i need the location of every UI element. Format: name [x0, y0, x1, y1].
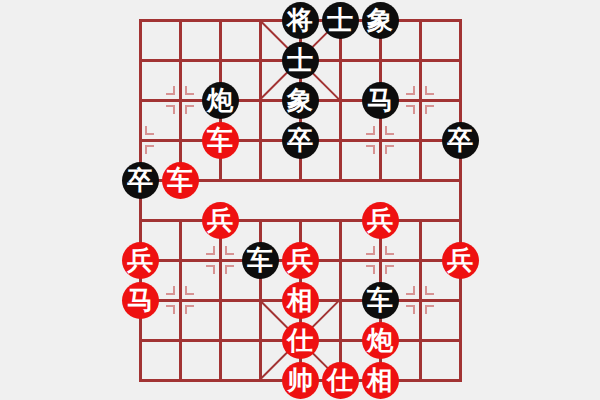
piece-red-advisor[interactable]: 仕: [322, 362, 359, 399]
piece-red-chariot[interactable]: 车: [162, 162, 199, 199]
piece-red-soldier[interactable]: 兵: [202, 202, 239, 239]
board-cell: 炮: [200, 80, 240, 120]
board-cell: 卒: [280, 120, 320, 160]
board-cell: 马: [360, 80, 400, 120]
board-cell: 象: [360, 0, 400, 40]
piece-black-elephant[interactable]: 象: [282, 82, 319, 119]
board-cell: 车: [200, 120, 240, 160]
board-cell: 卒: [120, 160, 160, 200]
piece-black-chariot[interactable]: 车: [242, 242, 279, 279]
piece-black-soldier[interactable]: 卒: [282, 122, 319, 159]
piece-red-soldier[interactable]: 兵: [362, 202, 399, 239]
board-cell: 兵: [440, 240, 480, 280]
piece-black-advisor[interactable]: 士: [322, 2, 359, 39]
board-cell: 帅: [280, 360, 320, 400]
board-cell: 车: [160, 160, 200, 200]
piece-red-chariot[interactable]: 车: [202, 122, 239, 159]
piece-black-horse[interactable]: 马: [362, 82, 399, 119]
piece-red-cannon[interactable]: 炮: [362, 322, 399, 359]
board-cell: 兵: [360, 200, 400, 240]
board-cell: 象: [280, 80, 320, 120]
piece-red-general[interactable]: 帅: [282, 362, 319, 399]
board-cell: 士: [320, 0, 360, 40]
piece-black-soldier[interactable]: 卒: [442, 122, 479, 159]
board-cell: 车: [240, 240, 280, 280]
board-cell: 卒: [440, 120, 480, 160]
piece-red-soldier[interactable]: 兵: [282, 242, 319, 279]
piece-black-advisor[interactable]: 士: [282, 42, 319, 79]
board-pieces-layer: 将士象士炮象马车卒卒卒车兵兵兵车兵兵马相车仕炮帅仕相: [120, 0, 480, 400]
board-cell: 车: [360, 280, 400, 320]
board-cell: 马: [120, 280, 160, 320]
board-cell: 兵: [280, 240, 320, 280]
piece-red-soldier[interactable]: 兵: [442, 242, 479, 279]
piece-black-chariot[interactable]: 车: [362, 282, 399, 319]
board-cell: 仕: [320, 360, 360, 400]
piece-red-elephant[interactable]: 相: [282, 282, 319, 319]
xiangqi-board[interactable]: 将士象士炮象马车卒卒卒车兵兵兵车兵兵马相车仕炮帅仕相: [0, 0, 600, 400]
piece-black-general[interactable]: 将: [282, 2, 319, 39]
piece-black-soldier[interactable]: 卒: [122, 162, 159, 199]
board-cell: 将: [280, 0, 320, 40]
board-cell: 士: [280, 40, 320, 80]
piece-red-soldier[interactable]: 兵: [122, 242, 159, 279]
board-cell: 相: [280, 280, 320, 320]
board-cell: 相: [360, 360, 400, 400]
piece-black-cannon[interactable]: 炮: [202, 82, 239, 119]
piece-red-advisor[interactable]: 仕: [282, 322, 319, 359]
board-cell: 炮: [360, 320, 400, 360]
board-cell: 仕: [280, 320, 320, 360]
piece-red-elephant[interactable]: 相: [362, 362, 399, 399]
piece-red-horse[interactable]: 马: [122, 282, 159, 319]
piece-black-elephant[interactable]: 象: [362, 2, 399, 39]
board-cell: 兵: [200, 200, 240, 240]
board-cell: 兵: [120, 240, 160, 280]
